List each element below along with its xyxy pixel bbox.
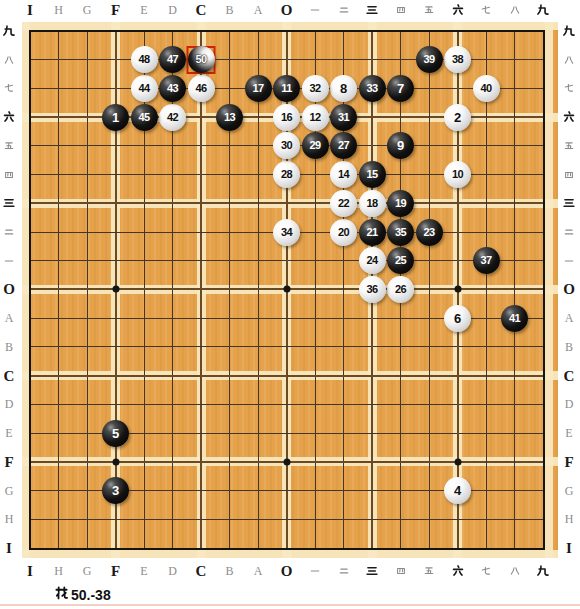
- point-六四[interactable]: 10: [443, 160, 472, 189]
- coord-label-bottom-E: E: [140, 565, 147, 577]
- coord-label-left-六: [3, 111, 16, 124]
- stone-number: 33: [366, 83, 377, 94]
- point-三O[interactable]: 36: [358, 275, 387, 304]
- coord-label-right-二: [564, 227, 574, 237]
- stone-black-3[interactable]: 3: [102, 477, 129, 504]
- stone-number: 22: [338, 198, 349, 209]
- coord-label-right-E: E: [565, 427, 572, 439]
- stone-number: 42: [167, 112, 178, 123]
- coord-label-left-二: [4, 227, 14, 237]
- point-五八[interactable]: 39: [415, 45, 444, 74]
- stone-number: 46: [195, 83, 206, 94]
- point-六A[interactable]: 6: [443, 304, 472, 333]
- stone-number: 35: [395, 227, 406, 238]
- coord-label-top-二: [339, 5, 349, 15]
- stone-number: 1: [112, 111, 119, 124]
- point-六八[interactable]: 38: [443, 45, 472, 74]
- coord-label-left-O: O: [3, 282, 15, 297]
- coord-label-left-D: D: [5, 398, 14, 410]
- coord-label-left-三: [3, 197, 16, 210]
- point-一六[interactable]: 12: [301, 103, 330, 132]
- stone-black-31[interactable]: 31: [330, 104, 357, 131]
- coord-label-bottom-B: B: [225, 565, 233, 577]
- stone-number: 12: [309, 112, 320, 123]
- point-八A[interactable]: 41: [500, 304, 529, 333]
- point-D八[interactable]: 47: [158, 45, 187, 74]
- stone-number: 13: [224, 112, 235, 123]
- point-A七[interactable]: 17: [244, 74, 273, 103]
- point-O四[interactable]: 28: [272, 160, 301, 189]
- stone-black-37[interactable]: 37: [473, 247, 500, 274]
- point-二七[interactable]: 8: [329, 74, 358, 103]
- coord-label-right-三: [563, 197, 576, 210]
- stone-white-26[interactable]: 26: [387, 276, 414, 303]
- coord-label-bottom-三: [366, 565, 379, 578]
- coord-label-left-一: [4, 256, 14, 266]
- stone-black-25[interactable]: 25: [387, 247, 414, 274]
- coord-label-right-七: [564, 83, 574, 93]
- stone-number: 32: [309, 83, 320, 94]
- coord-label-top-五: [424, 5, 434, 15]
- coord-label-bottom-I: I: [27, 564, 33, 579]
- stone-white-4[interactable]: 4: [444, 477, 471, 504]
- point-O五[interactable]: 30: [272, 132, 301, 161]
- coord-label-right-六: [563, 111, 576, 124]
- stone-white-6[interactable]: 6: [444, 305, 471, 332]
- stone-white-38[interactable]: 38: [444, 46, 471, 73]
- coord-label-left-B: B: [5, 341, 13, 353]
- stone-white-34[interactable]: 34: [273, 219, 300, 246]
- stone-white-40[interactable]: 40: [473, 75, 500, 102]
- coord-label-top-F: F: [111, 3, 120, 18]
- coord-label-right-O: O: [563, 282, 575, 297]
- point-C七[interactable]: 46: [187, 74, 216, 103]
- stone-number: 39: [423, 54, 434, 65]
- stone-white-30[interactable]: 30: [273, 132, 300, 159]
- stone-number: 10: [452, 169, 463, 180]
- coord-label-bottom-O: O: [281, 564, 293, 579]
- point-三七[interactable]: 33: [358, 74, 387, 103]
- stone-black-23[interactable]: 23: [416, 219, 443, 246]
- stone-number: 17: [252, 83, 263, 94]
- point-O二[interactable]: 34: [272, 218, 301, 247]
- coord-label-left-九: [3, 25, 16, 38]
- coord-label-left-C: C: [4, 368, 15, 383]
- stone-number: 19: [395, 198, 406, 209]
- point-三四[interactable]: 15: [358, 160, 387, 189]
- stone-white-14[interactable]: 14: [330, 161, 357, 188]
- point-四三[interactable]: 19: [386, 189, 415, 218]
- stone-white-16[interactable]: 16: [273, 104, 300, 131]
- stone-number: 27: [338, 140, 349, 151]
- stone-white-10[interactable]: 10: [444, 161, 471, 188]
- coord-label-right-C: C: [564, 368, 575, 383]
- stone-white-50[interactable]: 50: [188, 46, 215, 73]
- coord-label-bottom-七: [481, 566, 491, 576]
- stone-number: 9: [397, 139, 404, 152]
- coord-label-right-H: H: [565, 513, 574, 525]
- coord-label-left-F: F: [4, 454, 13, 469]
- stone-number: 25: [395, 255, 406, 266]
- coord-label-right-B: B: [565, 341, 573, 353]
- coord-label-right-G: G: [565, 485, 574, 497]
- stone-black-45[interactable]: 45: [131, 104, 158, 131]
- coord-label-bottom-六: [451, 565, 464, 578]
- stone-white-28[interactable]: 28: [273, 161, 300, 188]
- point-二五[interactable]: 27: [329, 132, 358, 161]
- stone-black-21[interactable]: 21: [359, 219, 386, 246]
- stone-white-42[interactable]: 42: [159, 104, 186, 131]
- point-三二[interactable]: 21: [358, 218, 387, 247]
- coord-label-top-四: [396, 5, 406, 15]
- stone-number: 4: [454, 484, 461, 497]
- point-四二[interactable]: 35: [386, 218, 415, 247]
- stone-white-18[interactable]: 18: [359, 190, 386, 217]
- point-FG[interactable]: 3: [101, 476, 130, 505]
- stone-white-48[interactable]: 48: [131, 46, 158, 73]
- coord-label-bottom-八: [510, 566, 520, 576]
- stone-number: 50: [195, 54, 206, 65]
- point-F六[interactable]: 1: [101, 103, 130, 132]
- point-D七[interactable]: 43: [158, 74, 187, 103]
- stone-black-29[interactable]: 29: [302, 132, 329, 159]
- stone-number: 28: [281, 169, 292, 180]
- stone-number: 45: [138, 112, 149, 123]
- stone-number: 2: [454, 111, 461, 124]
- point-O七[interactable]: 11: [272, 74, 301, 103]
- stone-black-5[interactable]: 5: [102, 420, 129, 447]
- stone-number: 41: [509, 313, 520, 324]
- coord-label-bottom-C: C: [196, 564, 207, 579]
- coord-label-top-九: [537, 4, 550, 17]
- point-三一[interactable]: 24: [358, 246, 387, 275]
- stone-number: 21: [366, 227, 377, 238]
- stone-number: 34: [281, 227, 292, 238]
- point-七一[interactable]: 37: [472, 246, 501, 275]
- coord-label-top-一: [310, 5, 320, 15]
- stone-number: 31: [338, 112, 349, 123]
- coord-label-right-八: [564, 55, 574, 65]
- stone-black-9[interactable]: 9: [387, 132, 414, 159]
- caption-hua-glyph: [54, 586, 69, 604]
- coord-label-top-I: I: [27, 3, 33, 18]
- stone-black-39[interactable]: 39: [416, 46, 443, 73]
- point-二二[interactable]: 20: [329, 218, 358, 247]
- point-七七[interactable]: 40: [472, 74, 501, 103]
- coord-label-bottom-H: H: [54, 565, 63, 577]
- stone-number: 18: [366, 198, 377, 209]
- point-一五[interactable]: 29: [301, 132, 330, 161]
- stone-number: 44: [138, 83, 149, 94]
- stone-white-20[interactable]: 20: [330, 219, 357, 246]
- coord-label-left-八: [4, 55, 14, 65]
- stone-number: 48: [138, 54, 149, 65]
- coord-label-top-E: E: [140, 4, 147, 16]
- stone-black-11[interactable]: 11: [273, 75, 300, 102]
- stone-number: 8: [340, 82, 347, 95]
- stone-number: 6: [454, 312, 461, 325]
- stone-black-35[interactable]: 35: [387, 219, 414, 246]
- stone-white-2[interactable]: 2: [444, 104, 471, 131]
- stone-number: 16: [281, 112, 292, 123]
- stone-number: 47: [167, 54, 178, 65]
- stone-number: 43: [167, 83, 178, 94]
- point-E八[interactable]: 48: [130, 45, 159, 74]
- stone-white-12[interactable]: 12: [302, 104, 329, 131]
- point-二三[interactable]: 22: [329, 189, 358, 218]
- stone-number: 26: [395, 284, 406, 295]
- stone-number: 5: [112, 427, 119, 440]
- stone-number: 40: [480, 83, 491, 94]
- point-B六[interactable]: 13: [215, 103, 244, 132]
- stone-black-15[interactable]: 15: [359, 161, 386, 188]
- coord-label-bottom-四: [396, 566, 406, 576]
- coord-label-bottom-九: [537, 565, 550, 578]
- stone-black-1[interactable]: 1: [102, 104, 129, 131]
- coord-label-bottom-F: F: [111, 564, 120, 579]
- point-四七[interactable]: 7: [386, 74, 415, 103]
- stone-number: 37: [480, 255, 491, 266]
- stone-number: 7: [397, 82, 404, 95]
- coord-label-top-B: B: [225, 4, 233, 16]
- stone-black-27[interactable]: 27: [330, 132, 357, 159]
- coord-label-bottom-A: A: [254, 565, 263, 577]
- coord-label-right-九: [563, 25, 576, 38]
- point-FE[interactable]: 5: [101, 419, 130, 448]
- stone-number: 38: [452, 54, 463, 65]
- point-六G[interactable]: 4: [443, 476, 472, 505]
- point-E七[interactable]: 44: [130, 74, 159, 103]
- stone-white-44[interactable]: 44: [131, 75, 158, 102]
- coord-label-top-A: A: [254, 4, 263, 16]
- point-一七[interactable]: 32: [301, 74, 330, 103]
- coord-label-left-五: [4, 141, 14, 151]
- stone-black-47[interactable]: 47: [159, 46, 186, 73]
- stone-white-32[interactable]: 32: [302, 75, 329, 102]
- point-二四[interactable]: 14: [329, 160, 358, 189]
- coord-label-left-四: [4, 170, 14, 180]
- stone-black-43[interactable]: 43: [159, 75, 186, 102]
- stone-black-7[interactable]: 7: [387, 75, 414, 102]
- coord-label-bottom-五: [424, 566, 434, 576]
- coord-label-bottom-二: [339, 566, 349, 576]
- point-四五[interactable]: 9: [386, 132, 415, 161]
- coord-label-top-O: O: [281, 3, 293, 18]
- stone-number: 30: [281, 140, 292, 151]
- coord-label-right-四: [564, 170, 574, 180]
- coord-label-top-G: G: [83, 4, 92, 16]
- stone-black-17[interactable]: 17: [245, 75, 272, 102]
- coord-label-left-E: E: [5, 427, 12, 439]
- coord-label-right-D: D: [565, 398, 574, 410]
- stone-number: 14: [338, 169, 349, 180]
- stone-black-19[interactable]: 19: [387, 190, 414, 217]
- coord-label-bottom-G: G: [83, 565, 92, 577]
- go-diagram-screen: 1234567891011121314151617181920212223242…: [0, 0, 580, 609]
- stone-number: 23: [423, 227, 434, 238]
- coord-label-right-五: [564, 141, 574, 151]
- page-bottom-divider: [0, 604, 580, 606]
- point-三三[interactable]: 18: [358, 189, 387, 218]
- coord-label-right-I: I: [566, 540, 572, 555]
- point-O六[interactable]: 16: [272, 103, 301, 132]
- figure-caption: 50.-38: [54, 586, 111, 603]
- point-C八[interactable]: 50: [187, 45, 216, 74]
- point-D六[interactable]: 42: [158, 103, 187, 132]
- caption-text: 50.-38: [71, 587, 111, 603]
- stone-white-8[interactable]: 8: [330, 75, 357, 102]
- stone-white-36[interactable]: 36: [359, 276, 386, 303]
- coord-label-right-一: [564, 256, 574, 266]
- coord-label-top-H: H: [54, 4, 63, 16]
- coord-label-left-七: [4, 83, 14, 93]
- coord-label-top-C: C: [196, 3, 207, 18]
- stone-white-46[interactable]: 46: [188, 75, 215, 102]
- point-五二[interactable]: 23: [415, 218, 444, 247]
- coord-label-top-三: [366, 4, 379, 17]
- stone-number: 36: [366, 284, 377, 295]
- coord-label-bottom-D: D: [168, 565, 177, 577]
- stone-black-13[interactable]: 13: [216, 104, 243, 131]
- coord-label-top-八: [510, 5, 520, 15]
- point-二六[interactable]: 31: [329, 103, 358, 132]
- coord-label-left-G: G: [5, 485, 14, 497]
- stone-black-33[interactable]: 33: [359, 75, 386, 102]
- coord-label-left-A: A: [5, 312, 14, 324]
- stone-black-41[interactable]: 41: [501, 305, 528, 332]
- coord-label-left-I: I: [6, 540, 12, 555]
- point-四O[interactable]: 26: [386, 275, 415, 304]
- stone-number: 15: [366, 169, 377, 180]
- board-intersections[interactable]: 1234567891011121314151617181920212223242…: [16, 17, 558, 563]
- coord-label-left-H: H: [5, 513, 14, 525]
- stone-number: 3: [112, 484, 119, 497]
- point-四一[interactable]: 25: [386, 246, 415, 275]
- stone-white-22[interactable]: 22: [330, 190, 357, 217]
- coord-label-top-六: [451, 4, 464, 17]
- stone-white-24[interactable]: 24: [359, 247, 386, 274]
- stone-number: 24: [366, 255, 377, 266]
- coord-label-right-F: F: [564, 454, 573, 469]
- point-E六[interactable]: 45: [130, 103, 159, 132]
- stone-number: 20: [338, 227, 349, 238]
- coord-label-top-七: [481, 5, 491, 15]
- coord-label-bottom-一: [310, 566, 320, 576]
- stone-number: 11: [281, 83, 292, 94]
- coord-label-top-D: D: [168, 4, 177, 16]
- coord-label-right-A: A: [565, 312, 574, 324]
- point-六六[interactable]: 2: [443, 103, 472, 132]
- stone-number: 29: [309, 140, 320, 151]
